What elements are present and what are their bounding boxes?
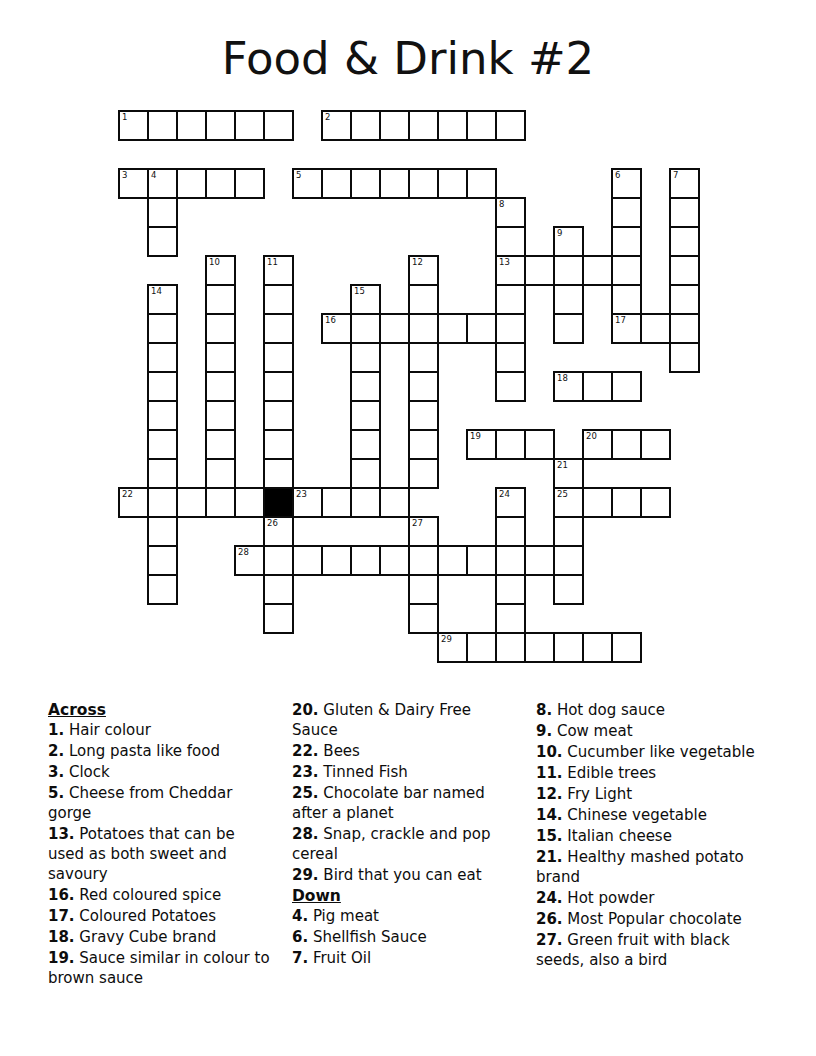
clue-number: 9.	[536, 722, 552, 740]
clue-number: 4.	[292, 907, 308, 925]
clue-number: 25.	[292, 784, 319, 802]
clue-number: 21.	[536, 848, 563, 866]
clue-number: 8.	[536, 701, 552, 719]
clue-6: 6. Shellfish Sauce	[292, 927, 492, 947]
clue-number: 29.	[292, 866, 319, 884]
clue-16: 16. Red coloured spice	[48, 885, 275, 905]
clue-9: 9. Cow meat	[536, 721, 758, 741]
clue-22: 22. Bees	[292, 741, 492, 761]
clue-number: 24.	[536, 889, 563, 907]
clue-5: 5. Cheese from Cheddar gorge	[48, 783, 275, 823]
clue-number: 6.	[292, 928, 308, 946]
clue-number: 15.	[536, 827, 563, 845]
clue-1: 1. Hair colour	[48, 720, 275, 740]
clue-number: 3.	[48, 763, 64, 781]
clue-number: 13.	[48, 825, 75, 843]
clue-number: 17.	[48, 907, 75, 925]
clue-15: 15. Italian cheese	[536, 826, 758, 846]
clue-number: 10.	[536, 743, 563, 761]
clue-number: 20.	[292, 701, 319, 719]
clue-number: 23.	[292, 763, 319, 781]
clue-3: 3. Clock	[48, 762, 275, 782]
clue-number: 14.	[536, 806, 563, 824]
clue-number: 22.	[292, 742, 319, 760]
clue-number: 2.	[48, 742, 64, 760]
clue-23: 23. Tinned Fish	[292, 762, 492, 782]
clue-13: 13. Potatoes that can be used as both sw…	[48, 824, 275, 884]
clue-26: 26. Most Popular chocolate	[536, 909, 758, 929]
clue-11: 11. Edible trees	[536, 763, 758, 783]
clue-2: 2. Long pasta like food	[48, 741, 275, 761]
down-header: Down	[292, 886, 492, 906]
clue-number: 18.	[48, 928, 75, 946]
clue-12: 12. Fry Light	[536, 784, 758, 804]
clue-29: 29. Bird that you can eat	[292, 865, 492, 885]
across-header: Across	[48, 700, 275, 720]
clue-17: 17. Coloured Potatoes	[48, 906, 275, 926]
clue-18: 18. Gravy Cube brand	[48, 927, 275, 947]
clue-number: 27.	[536, 931, 563, 949]
clue-7: 7. Fruit Oil	[292, 948, 492, 968]
clue-number: 1.	[48, 721, 64, 739]
clue-4: 4. Pig meat	[292, 906, 492, 926]
clue-column-3: 8. Hot dog sauce9. Cow meat10. Cucumber …	[536, 700, 758, 971]
clue-20: 20. Gluten & Dairy Free Sauce	[292, 700, 492, 740]
clue-number: 19.	[48, 949, 75, 967]
clue-number: 5.	[48, 784, 64, 802]
clue-14: 14. Chinese vegetable	[536, 805, 758, 825]
clue-number: 11.	[536, 764, 563, 782]
clue-19: 19. Sauce similar in colour to brown sau…	[48, 948, 275, 988]
clue-10: 10. Cucumber like vegetable	[536, 742, 758, 762]
clue-number: 12.	[536, 785, 563, 803]
clue-number: 16.	[48, 886, 75, 904]
clue-number: 26.	[536, 910, 563, 928]
clue-number: 7.	[292, 949, 308, 967]
clue-27: 27. Green fruit with black seeds, also a…	[536, 930, 758, 970]
clue-column-2: 20. Gluten & Dairy Free Sauce22. Bees23.…	[292, 700, 492, 969]
clue-column-1: Across1. Hair colour2. Long pasta like f…	[48, 700, 275, 989]
clue-number: 28.	[292, 825, 319, 843]
clue-8: 8. Hot dog sauce	[536, 700, 758, 720]
clue-28: 28. Snap, crackle and pop cereal	[292, 824, 492, 864]
clue-21: 21. Healthy mashed potato brand	[536, 847, 758, 887]
clue-24: 24. Hot powder	[536, 888, 758, 908]
crossword-worksheet: { "game": "crossword", "title": "Food & …	[0, 0, 816, 1056]
clue-25: 25. Chocolate bar named after a planet	[292, 783, 492, 823]
clue-lists: Across1. Hair colour2. Long pasta like f…	[0, 0, 816, 1056]
